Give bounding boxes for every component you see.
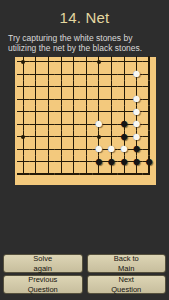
intersection[interactable] bbox=[42, 68, 55, 81]
intersection[interactable] bbox=[55, 81, 68, 94]
intersection[interactable] bbox=[42, 156, 55, 169]
intersection[interactable] bbox=[105, 68, 118, 81]
intersection[interactable] bbox=[93, 68, 106, 81]
intersection[interactable] bbox=[55, 168, 68, 181]
next-question-label-line1: Next bbox=[88, 275, 166, 284]
previous-question-label-line1: Previous bbox=[4, 275, 82, 284]
intersection[interactable] bbox=[30, 156, 43, 169]
intersection[interactable] bbox=[143, 68, 156, 81]
back-to-main-label-line2: Main bbox=[88, 264, 166, 273]
intersection[interactable] bbox=[130, 81, 143, 94]
black-stone: ● bbox=[132, 142, 141, 157]
instructions-text: Try capturing the white stones by utiliz… bbox=[8, 33, 166, 54]
intersection[interactable] bbox=[105, 118, 118, 131]
intersection[interactable] bbox=[55, 156, 68, 169]
intersection[interactable] bbox=[30, 143, 43, 156]
intersection[interactable]: ● bbox=[130, 68, 143, 81]
intersection[interactable] bbox=[42, 168, 55, 181]
intersection[interactable] bbox=[67, 168, 80, 181]
intersection[interactable]: ● bbox=[130, 93, 143, 106]
intersection[interactable] bbox=[67, 106, 80, 119]
intersection[interactable]: ● bbox=[105, 143, 118, 156]
intersection[interactable] bbox=[55, 143, 68, 156]
back-to-main-button[interactable]: Back to Main bbox=[87, 254, 167, 273]
intersection[interactable]: ● bbox=[130, 156, 143, 169]
back-to-main-label-line1: Back to bbox=[88, 254, 166, 263]
intersection[interactable] bbox=[80, 93, 93, 106]
white-stone: ● bbox=[120, 142, 129, 157]
solve-again-label-line2: again bbox=[4, 264, 82, 273]
instructions-line-2: utilizing the net by the black stones. bbox=[8, 43, 166, 53]
intersection[interactable] bbox=[105, 81, 118, 94]
intersection[interactable] bbox=[30, 81, 43, 94]
intersection[interactable]: ● bbox=[118, 156, 131, 169]
black-stone: ● bbox=[120, 129, 129, 144]
solve-again-button[interactable]: Solve again bbox=[3, 254, 83, 273]
intersection[interactable] bbox=[30, 118, 43, 131]
intersection[interactable] bbox=[17, 118, 30, 131]
black-stone: ● bbox=[145, 154, 154, 169]
intersection[interactable] bbox=[143, 106, 156, 119]
intersection[interactable] bbox=[105, 56, 118, 69]
intersection[interactable] bbox=[118, 106, 131, 119]
intersection[interactable] bbox=[17, 56, 30, 69]
intersection[interactable] bbox=[80, 118, 93, 131]
intersection[interactable] bbox=[17, 81, 30, 94]
intersection[interactable] bbox=[17, 156, 30, 169]
intersection[interactable] bbox=[67, 131, 80, 144]
intersection[interactable] bbox=[93, 131, 106, 144]
intersection[interactable] bbox=[118, 81, 131, 94]
intersection[interactable] bbox=[17, 168, 30, 181]
intersection[interactable] bbox=[67, 143, 80, 156]
intersection[interactable] bbox=[80, 56, 93, 69]
intersection[interactable] bbox=[143, 143, 156, 156]
intersection[interactable] bbox=[55, 106, 68, 119]
intersection[interactable]: ● bbox=[93, 143, 106, 156]
white-stone: ● bbox=[132, 104, 141, 119]
intersection[interactable] bbox=[130, 56, 143, 69]
page-title: 14. Net bbox=[0, 9, 169, 26]
intersection[interactable] bbox=[42, 56, 55, 69]
intersection[interactable] bbox=[42, 143, 55, 156]
intersection[interactable]: ● bbox=[93, 156, 106, 169]
black-stone: ● bbox=[94, 154, 103, 169]
intersection[interactable]: ● bbox=[93, 118, 106, 131]
intersection[interactable]: ● bbox=[130, 143, 143, 156]
next-question-button[interactable]: Next Question bbox=[87, 275, 167, 294]
intersection[interactable] bbox=[105, 131, 118, 144]
intersection[interactable] bbox=[42, 131, 55, 144]
intersection[interactable] bbox=[143, 56, 156, 69]
intersection[interactable] bbox=[17, 106, 30, 119]
intersection[interactable] bbox=[42, 106, 55, 119]
intersection[interactable] bbox=[93, 106, 106, 119]
intersection[interactable] bbox=[30, 68, 43, 81]
intersection[interactable] bbox=[55, 131, 68, 144]
previous-question-button[interactable]: Previous Question bbox=[3, 275, 83, 294]
intersection[interactable] bbox=[80, 168, 93, 181]
intersection[interactable] bbox=[143, 131, 156, 144]
black-stone: ● bbox=[120, 154, 129, 169]
intersection[interactable] bbox=[118, 56, 131, 69]
intersection[interactable] bbox=[80, 106, 93, 119]
intersection[interactable]: ● bbox=[130, 131, 143, 144]
intersection[interactable] bbox=[42, 93, 55, 106]
intersection[interactable] bbox=[67, 56, 80, 69]
intersection[interactable] bbox=[42, 81, 55, 94]
intersection[interactable] bbox=[93, 81, 106, 94]
intersection[interactable] bbox=[105, 168, 118, 181]
button-grid: Solve again Back to Main Previous Questi… bbox=[3, 254, 166, 294]
intersection[interactable]: ● bbox=[105, 156, 118, 169]
intersection[interactable] bbox=[67, 68, 80, 81]
black-stone: ● bbox=[107, 154, 116, 169]
intersection[interactable] bbox=[80, 156, 93, 169]
black-stone: ● bbox=[132, 154, 141, 169]
board-grid: ●●●●●●●●●●●●●●●●● bbox=[17, 56, 156, 181]
intersection[interactable] bbox=[17, 68, 30, 81]
intersection[interactable] bbox=[55, 56, 68, 69]
intersection[interactable] bbox=[93, 168, 106, 181]
white-stone: ● bbox=[94, 117, 103, 132]
intersection[interactable] bbox=[30, 106, 43, 119]
intersection[interactable] bbox=[17, 93, 30, 106]
app-screen: 14. Net Try capturing the white stones b… bbox=[0, 0, 169, 300]
intersection[interactable] bbox=[30, 131, 43, 144]
intersection[interactable] bbox=[55, 93, 68, 106]
intersection[interactable] bbox=[118, 68, 131, 81]
intersection[interactable] bbox=[80, 143, 93, 156]
intersection[interactable] bbox=[105, 106, 118, 119]
white-stone: ● bbox=[107, 142, 116, 157]
intersection[interactable]: ● bbox=[130, 118, 143, 131]
intersection[interactable] bbox=[30, 168, 43, 181]
white-stone: ● bbox=[132, 129, 141, 144]
intersection[interactable] bbox=[118, 168, 131, 181]
instructions-line-1: Try capturing the white stones by bbox=[8, 33, 166, 43]
intersection[interactable]: ● bbox=[143, 156, 156, 169]
intersection[interactable] bbox=[130, 168, 143, 181]
intersection[interactable] bbox=[143, 93, 156, 106]
previous-question-label-line2: Question bbox=[4, 285, 82, 294]
intersection[interactable] bbox=[17, 131, 30, 144]
intersection[interactable]: ● bbox=[118, 118, 131, 131]
black-stone: ● bbox=[120, 117, 129, 132]
intersection[interactable] bbox=[30, 93, 43, 106]
intersection[interactable] bbox=[67, 156, 80, 169]
intersection[interactable] bbox=[93, 56, 106, 69]
white-stone: ● bbox=[94, 142, 103, 157]
intersection[interactable]: ● bbox=[130, 106, 143, 119]
go-board: ●●●●●●●●●●●●●●●●● bbox=[15, 57, 156, 185]
intersection[interactable] bbox=[143, 168, 156, 181]
next-question-label-line2: Question bbox=[88, 285, 166, 294]
intersection[interactable] bbox=[42, 118, 55, 131]
white-stone: ● bbox=[132, 117, 141, 132]
intersection[interactable] bbox=[67, 81, 80, 94]
intersection[interactable] bbox=[17, 143, 30, 156]
intersection[interactable]: ● bbox=[118, 131, 131, 144]
intersection[interactable] bbox=[143, 81, 156, 94]
white-stone: ● bbox=[132, 92, 141, 107]
intersection[interactable] bbox=[67, 93, 80, 106]
intersection[interactable] bbox=[80, 68, 93, 81]
white-stone: ● bbox=[132, 67, 141, 82]
intersection[interactable] bbox=[105, 93, 118, 106]
intersection[interactable] bbox=[143, 118, 156, 131]
intersection[interactable] bbox=[30, 56, 43, 69]
intersection[interactable] bbox=[55, 118, 68, 131]
intersection[interactable] bbox=[80, 131, 93, 144]
intersection[interactable] bbox=[67, 118, 80, 131]
solve-again-label-line1: Solve bbox=[4, 254, 82, 263]
intersection[interactable] bbox=[118, 93, 131, 106]
intersection[interactable] bbox=[80, 81, 93, 94]
intersection[interactable]: ● bbox=[118, 143, 131, 156]
intersection[interactable] bbox=[55, 68, 68, 81]
intersection[interactable] bbox=[93, 93, 106, 106]
